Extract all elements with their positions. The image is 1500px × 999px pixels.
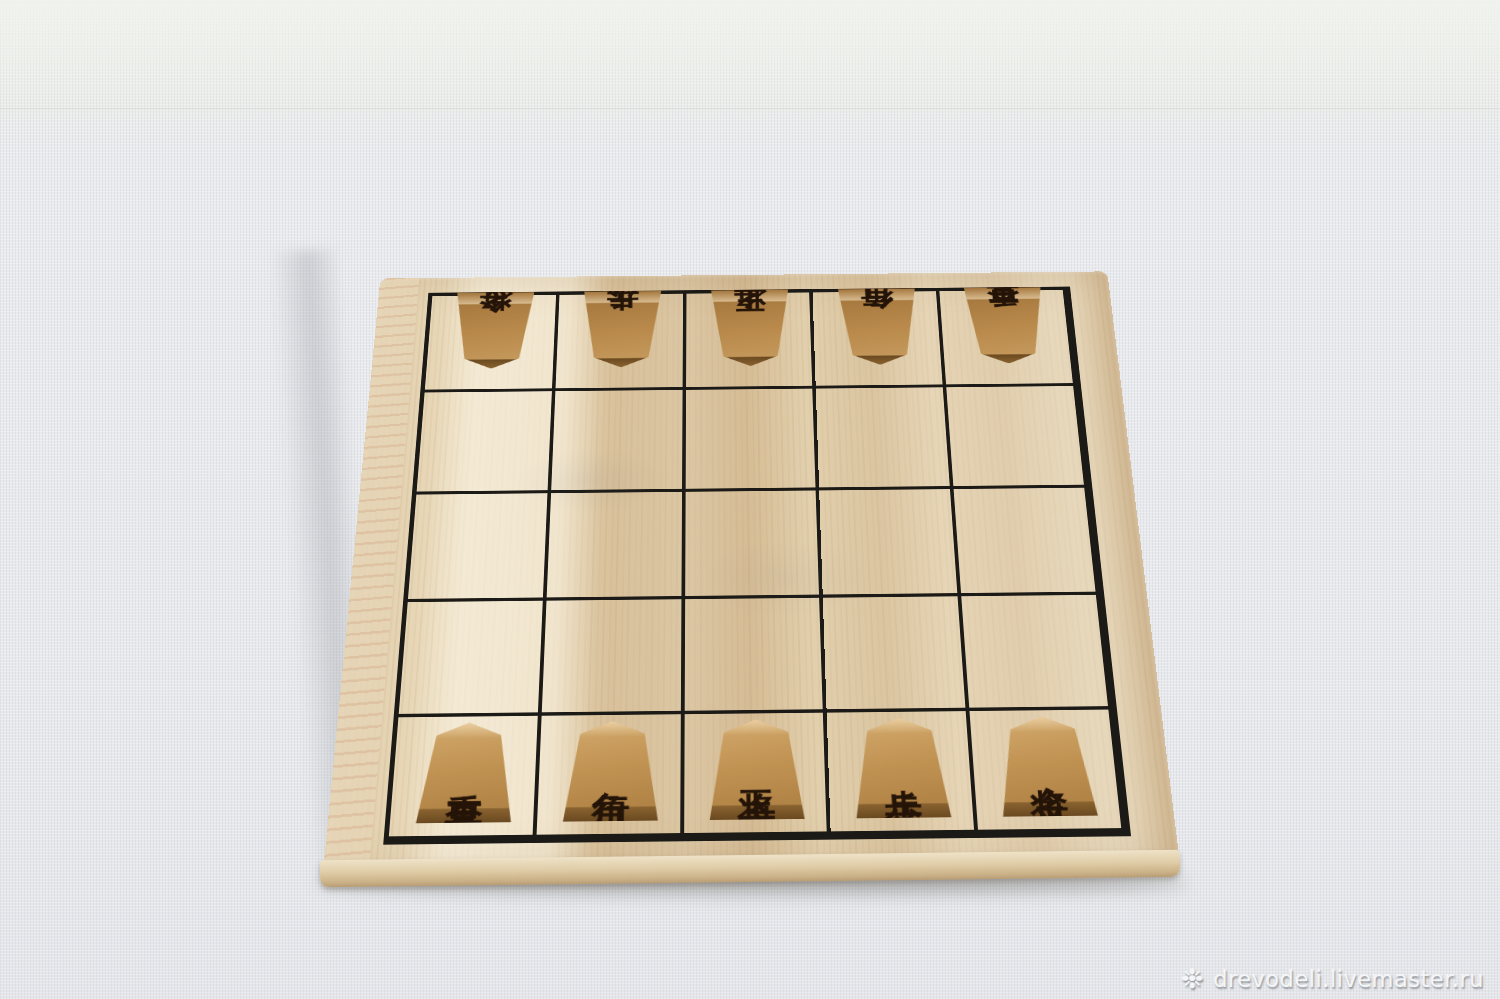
- snowflake-logo-icon: ❉: [1181, 965, 1204, 992]
- cell-1e[interactable]: 金将: [970, 710, 1126, 834]
- board-grid: 金将 歩兵 王将 角行: [383, 287, 1131, 845]
- cell-4d[interactable]: [541, 600, 684, 716]
- piece-kanji: 角行: [593, 764, 630, 776]
- cell-4b[interactable]: [551, 390, 686, 493]
- cell-3a[interactable]: 王将: [686, 292, 816, 389]
- board-perspective-wrapper: 金将 歩兵 王将 角行: [322, 271, 1180, 877]
- piece-kanji: 金将: [1027, 760, 1065, 772]
- cell-3e[interactable]: 玉将: [684, 713, 831, 837]
- piece-gote-gold-general[interactable]: 金将: [451, 292, 535, 369]
- piece-kanji: 玉将: [738, 763, 775, 775]
- cell-2a[interactable]: 角行: [813, 291, 947, 388]
- cell-5a[interactable]: 金将: [425, 295, 560, 392]
- piece-kanji: 歩兵: [883, 761, 921, 773]
- cell-2d[interactable]: [823, 597, 969, 713]
- cell-5c[interactable]: [408, 493, 551, 603]
- backdrop-top-band: [0, 0, 1500, 109]
- piece-gote-lance[interactable]: 香車: [963, 287, 1049, 364]
- piece-sente-lance[interactable]: 香車: [415, 722, 517, 823]
- piece-kanji: 角行: [861, 322, 894, 331]
- piece-kanji: 歩兵: [605, 324, 638, 333]
- piece-sente-bishop[interactable]: 角行: [562, 720, 660, 821]
- watermark: ❉ drevodeli.livemaster.ru: [1181, 965, 1484, 992]
- piece-sente-jeweled-king[interactable]: 玉将: [709, 719, 806, 820]
- piece-kanji: 香車: [448, 766, 486, 778]
- cell-2e[interactable]: 歩兵: [827, 711, 978, 835]
- cell-1a[interactable]: 香車: [940, 290, 1077, 387]
- cell-3b[interactable]: [685, 388, 819, 491]
- cell-1b[interactable]: [946, 386, 1087, 489]
- piece-gote-pawn[interactable]: 歩兵: [581, 291, 662, 368]
- piece-kanji: 香車: [989, 320, 1022, 329]
- piece-gote-king[interactable]: 王将: [710, 289, 791, 366]
- cell-3d[interactable]: [684, 598, 827, 714]
- cell-1c[interactable]: [954, 487, 1100, 596]
- cell-4c[interactable]: [546, 492, 685, 601]
- photo-scene: 金将 歩兵 王将 角行: [0, 0, 1500, 999]
- piece-sente-gold-general[interactable]: 金将: [994, 716, 1099, 817]
- cell-1d[interactable]: [961, 595, 1112, 711]
- cell-4e[interactable]: 角行: [536, 714, 684, 838]
- watermark-text: drevodeli.livemaster.ru: [1213, 966, 1484, 992]
- shogi-board: 金将 歩兵 王将 角行: [322, 271, 1180, 877]
- cell-4a[interactable]: 歩兵: [555, 294, 686, 391]
- cell-5b[interactable]: [416, 391, 555, 494]
- cell-2b[interactable]: [816, 387, 954, 490]
- piece-kanji: 王将: [734, 323, 767, 332]
- piece-sente-pawn[interactable]: 歩兵: [852, 717, 953, 818]
- cell-2c[interactable]: [820, 489, 962, 598]
- cell-5d[interactable]: [398, 601, 546, 717]
- piece-kanji: 金将: [477, 325, 510, 334]
- cell-5e[interactable]: 香車: [389, 716, 542, 840]
- piece-gote-bishop[interactable]: 角行: [837, 288, 920, 365]
- cell-3c[interactable]: [685, 490, 823, 599]
